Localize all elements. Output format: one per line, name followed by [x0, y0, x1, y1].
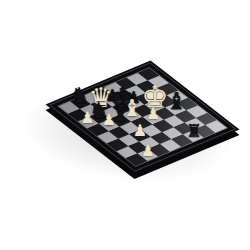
piece-black-rook-h6: ♜ [185, 122, 203, 140]
piece-white-pawn-f3: ♟ [132, 123, 148, 139]
piece-white-pawn-c1: ♟ [80, 110, 96, 126]
piece-white-pawn-e5: ♟ [145, 106, 161, 122]
piece-black-bishop-e7: ♝ [165, 90, 188, 113]
piece-white-pawn-d2: ♟ [101, 112, 117, 128]
pieces-layer: ♚♛♝♟♟♟♟♟♚♝♝♞♞♜♟♟ [0, 0, 250, 250]
product-photo: ♚♛♝♟♟♟♟♟♚♝♝♞♞♜♟♟ [0, 0, 250, 250]
piece-white-pawn-h2: ♟ [140, 143, 156, 159]
